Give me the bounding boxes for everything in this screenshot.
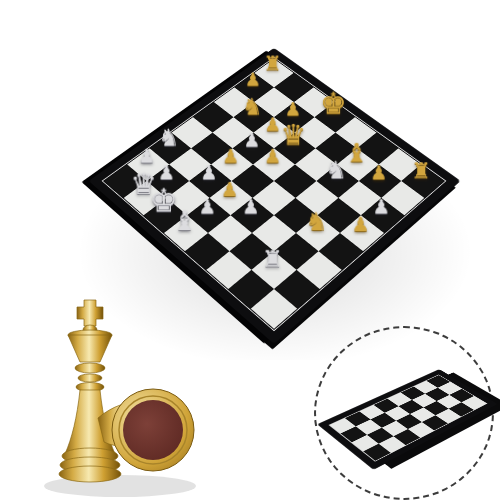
magnetic-felt-base [123,400,183,460]
square [214,87,254,117]
gold-pawn: ♟ [278,100,309,118]
king-closeup-inset [20,290,202,500]
gold-knight: ♞ [237,95,268,118]
gold-king: ♚ [318,89,349,119]
square [254,59,293,88]
gold-pawn: ♟ [238,71,268,89]
standing-king [59,300,121,482]
square [254,87,294,117]
folded-board-grid [330,375,486,461]
gold-rook: ♜ [258,54,288,74]
square [274,73,314,102]
gold-king-figure [20,290,202,500]
folded-board-inset [314,326,494,500]
square [294,87,334,117]
folded-board [319,370,498,469]
square [234,73,274,102]
king-cross-icon [77,300,103,326]
folded-board-scene [316,328,492,498]
